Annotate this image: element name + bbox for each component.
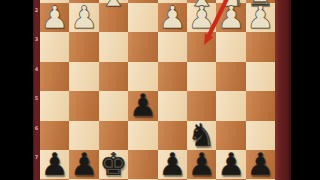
board-square-c4[interactable] bbox=[187, 62, 216, 91]
piece-white-pawn-g2[interactable]: ♟ bbox=[69, 3, 98, 32]
board-square-d4[interactable] bbox=[158, 62, 187, 91]
board-square-d5[interactable] bbox=[158, 91, 187, 120]
board-square-b5[interactable] bbox=[216, 91, 245, 120]
board-square-a5[interactable] bbox=[246, 91, 275, 120]
board-square-e3[interactable] bbox=[128, 32, 157, 61]
board-square-e8[interactable] bbox=[128, 179, 157, 180]
rank-label-3: 3 bbox=[33, 36, 40, 42]
chess-board[interactable]: ♜♞♝♝♟♟♟♟♟♟♟♞♟♟♟♟♚♟♟ bbox=[40, 0, 275, 180]
piece-black-pawn-h7[interactable]: ♟ bbox=[40, 150, 69, 179]
board-border-left bbox=[33, 0, 40, 180]
board-square-f3[interactable] bbox=[99, 32, 128, 61]
board-square-d3[interactable] bbox=[158, 32, 187, 61]
board-square-c3[interactable] bbox=[187, 32, 216, 61]
piece-white-pawn-h2[interactable]: ♟ bbox=[40, 3, 69, 32]
board-square-g3[interactable] bbox=[69, 32, 98, 61]
board-square-e2[interactable] bbox=[128, 3, 157, 32]
piece-white-bishop-f1[interactable]: ♝ bbox=[99, 0, 128, 10]
piece-black-pawn-c7[interactable]: ♟ bbox=[187, 150, 216, 179]
board-square-h3[interactable] bbox=[40, 32, 69, 61]
chess-lesson-screenshot: ♜♞♝♝♟♟♟♟♟♟♟♞♟♟♟♟♚♟♟ 234567 bbox=[0, 0, 320, 180]
piece-white-pawn-d2[interactable]: ♟ bbox=[158, 3, 187, 32]
board-square-f5[interactable] bbox=[99, 91, 128, 120]
board-square-e7[interactable] bbox=[128, 150, 157, 179]
board-border-right bbox=[275, 0, 291, 180]
piece-white-pawn-a2[interactable]: ♟ bbox=[246, 3, 275, 32]
rank-label-5: 5 bbox=[33, 95, 40, 101]
board-square-e6[interactable] bbox=[128, 121, 157, 150]
rank-label-4: 4 bbox=[33, 66, 40, 72]
rank-label-7: 7 bbox=[33, 154, 40, 160]
board-square-b4[interactable] bbox=[216, 62, 245, 91]
piece-black-pawn-e5[interactable]: ♟ bbox=[128, 91, 157, 120]
piece-black-pawn-d7[interactable]: ♟ bbox=[158, 150, 187, 179]
piece-white-pawn-c2[interactable]: ♟ bbox=[187, 3, 216, 32]
board-square-a3[interactable] bbox=[246, 32, 275, 61]
board-square-h5[interactable] bbox=[40, 91, 69, 120]
rank-label-2: 2 bbox=[33, 7, 40, 13]
board-square-b3[interactable] bbox=[216, 32, 245, 61]
piece-black-pawn-b7[interactable]: ♟ bbox=[216, 150, 245, 179]
piece-black-pawn-a7[interactable]: ♟ bbox=[246, 150, 275, 179]
piece-black-pawn-g7[interactable]: ♟ bbox=[69, 150, 98, 179]
board-square-g4[interactable] bbox=[69, 62, 98, 91]
board-square-g5[interactable] bbox=[69, 91, 98, 120]
rank-label-6: 6 bbox=[33, 125, 40, 131]
piece-black-king-f7[interactable]: ♚ bbox=[99, 150, 128, 179]
board-square-h4[interactable] bbox=[40, 62, 69, 91]
board-square-f4[interactable] bbox=[99, 62, 128, 91]
piece-white-pawn-b2[interactable]: ♟ bbox=[216, 3, 245, 32]
board-square-a4[interactable] bbox=[246, 62, 275, 91]
